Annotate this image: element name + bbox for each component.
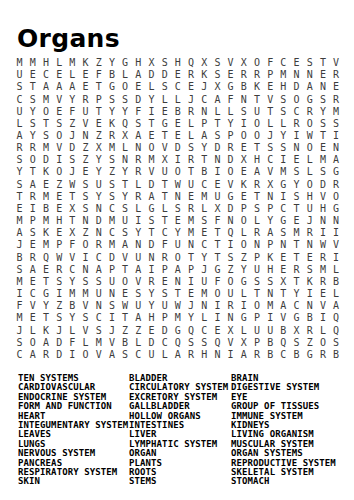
grid-cell[interactable]: N [303,69,316,81]
grid-cell[interactable]: K [237,179,250,191]
grid-cell[interactable]: Y [105,57,118,69]
grid-cell[interactable]: E [330,81,343,93]
grid-cell[interactable]: Z [92,130,105,142]
grid-cell[interactable]: G [303,93,316,105]
grid-cell[interactable]: Y [66,276,79,288]
grid-cell[interactable]: I [66,349,79,361]
grid-cell[interactable]: Y [39,300,52,312]
grid-cell[interactable]: O [79,349,92,361]
grid-cell[interactable]: E [277,252,290,264]
grid-cell[interactable]: T [277,288,290,300]
grid-cell[interactable]: G [171,324,184,336]
grid-cell[interactable]: D [158,69,171,81]
grid-cell[interactable]: E [119,288,132,300]
grid-cell[interactable]: S [145,215,158,227]
grid-cell[interactable]: F [66,106,79,118]
grid-cell[interactable]: U [92,179,105,191]
grid-cell[interactable]: Q [184,324,197,336]
grid-cell[interactable]: O [237,239,250,251]
grid-cell[interactable]: V [119,252,132,264]
grid-cell[interactable]: M [316,154,329,166]
grid-cell[interactable]: O [250,130,263,142]
grid-cell[interactable]: I [145,106,158,118]
grid-cell[interactable]: R [330,179,343,191]
grid-cell[interactable]: X [158,154,171,166]
grid-cell[interactable]: R [316,349,329,361]
grid-cell[interactable]: Q [224,227,237,239]
grid-cell[interactable]: U [119,215,132,227]
grid-cell[interactable]: O [26,337,39,349]
grid-cell[interactable]: J [198,81,211,93]
grid-cell[interactable]: T [290,239,303,251]
grid-cell[interactable]: M [39,93,52,105]
grid-cell[interactable]: E [211,179,224,191]
grid-cell[interactable]: E [13,203,26,215]
grid-cell[interactable]: T [316,57,329,69]
grid-cell[interactable]: W [119,300,132,312]
grid-cell[interactable]: S [198,215,211,227]
grid-cell[interactable]: L [119,69,132,81]
grid-cell[interactable]: S [303,57,316,69]
grid-cell[interactable]: E [290,57,303,69]
grid-cell[interactable]: B [330,276,343,288]
grid-cell[interactable]: T [119,312,132,324]
grid-cell[interactable]: E [53,191,66,203]
grid-cell[interactable]: D [211,142,224,154]
grid-cell[interactable]: P [158,312,171,324]
grid-cell[interactable]: S [105,300,118,312]
grid-cell[interactable]: E [158,106,171,118]
grid-cell[interactable]: L [158,93,171,105]
grid-cell[interactable]: C [290,106,303,118]
grid-cell[interactable]: N [290,69,303,81]
grid-cell[interactable]: L [26,324,39,336]
grid-cell[interactable]: A [132,130,145,142]
grid-cell[interactable]: X [290,324,303,336]
grid-cell[interactable]: O [250,57,263,69]
grid-cell[interactable]: L [303,154,316,166]
grid-cell[interactable]: S [132,288,145,300]
grid-cell[interactable]: L [66,69,79,81]
grid-cell[interactable]: N [79,130,92,142]
grid-cell[interactable]: D [105,252,118,264]
grid-cell[interactable]: R [224,142,237,154]
grid-cell[interactable]: H [39,57,52,69]
grid-cell[interactable]: G [158,118,171,130]
grid-cell[interactable]: L [211,106,224,118]
grid-cell[interactable]: C [105,203,118,215]
grid-cell[interactable]: M [66,288,79,300]
grid-cell[interactable]: E [290,154,303,166]
grid-cell[interactable]: A [26,264,39,276]
grid-cell[interactable]: T [26,81,39,93]
grid-cell[interactable]: D [92,215,105,227]
grid-cell[interactable]: S [211,130,224,142]
grid-cell[interactable]: T [66,191,79,203]
grid-cell[interactable]: L [237,324,250,336]
grid-cell[interactable]: Y [264,215,277,227]
grid-cell[interactable]: V [264,166,277,178]
grid-cell[interactable]: E [53,227,66,239]
grid-cell[interactable]: J [184,300,197,312]
grid-cell[interactable]: N [211,349,224,361]
grid-cell[interactable]: R [26,191,39,203]
grid-cell[interactable]: B [66,300,79,312]
grid-cell[interactable]: G [303,349,316,361]
grid-cell[interactable]: P [250,337,263,349]
grid-cell[interactable]: A [237,349,250,361]
grid-cell[interactable]: V [316,191,329,203]
grid-cell[interactable]: N [303,239,316,251]
grid-cell[interactable]: J [184,93,197,105]
grid-cell[interactable]: I [13,288,26,300]
grid-cell[interactable]: L [171,93,184,105]
grid-cell[interactable]: H [53,215,66,227]
grid-cell[interactable]: A [330,154,343,166]
grid-cell[interactable]: J [13,239,26,251]
grid-cell[interactable]: T [145,118,158,130]
grid-cell[interactable]: R [184,349,197,361]
grid-cell[interactable]: C [26,288,39,300]
grid-cell[interactable]: N [184,239,197,251]
grid-cell[interactable]: A [330,300,343,312]
grid-cell[interactable]: P [198,118,211,130]
grid-cell[interactable]: E [224,69,237,81]
grid-cell[interactable]: X [211,203,224,215]
grid-cell[interactable]: X [66,227,79,239]
grid-cell[interactable]: Z [53,179,66,191]
grid-cell[interactable]: C [158,337,171,349]
grid-cell[interactable]: S [211,69,224,81]
grid-cell[interactable]: V [224,57,237,69]
grid-cell[interactable]: R [26,142,39,154]
grid-cell[interactable]: V [53,142,66,154]
grid-cell[interactable]: S [277,93,290,105]
grid-cell[interactable]: R [26,252,39,264]
grid-cell[interactable]: X [119,130,132,142]
grid-cell[interactable]: E [171,215,184,227]
grid-cell[interactable]: W [303,130,316,142]
grid-cell[interactable]: R [92,239,105,251]
grid-cell[interactable]: M [39,142,52,154]
grid-cell[interactable]: Z [224,264,237,276]
grid-cell[interactable]: T [171,288,184,300]
grid-cell[interactable]: Y [171,227,184,239]
grid-cell[interactable]: L [53,57,66,69]
grid-cell[interactable]: S [79,203,92,215]
grid-cell[interactable]: R [158,252,171,264]
grid-cell[interactable]: W [316,239,329,251]
grid-cell[interactable]: O [250,118,263,130]
grid-cell[interactable]: M [13,57,26,69]
grid-cell[interactable]: N [330,215,343,227]
grid-cell[interactable]: Y [119,106,132,118]
grid-cell[interactable]: S [303,264,316,276]
grid-cell[interactable]: K [39,227,52,239]
grid-cell[interactable]: O [316,337,329,349]
grid-cell[interactable]: R [290,118,303,130]
grid-cell[interactable]: C [277,349,290,361]
grid-cell[interactable]: S [53,312,66,324]
grid-cell[interactable]: N [250,239,263,251]
grid-cell[interactable]: Y [66,93,79,105]
grid-cell[interactable]: Y [119,191,132,203]
grid-cell[interactable]: S [79,179,92,191]
grid-cell[interactable]: X [224,324,237,336]
grid-cell[interactable]: R [184,106,197,118]
grid-cell[interactable]: C [13,93,26,105]
grid-cell[interactable]: R [330,69,343,81]
grid-cell[interactable]: V [224,179,237,191]
grid-cell[interactable]: T [211,118,224,130]
grid-cell[interactable]: R [316,276,329,288]
grid-cell[interactable]: C [264,154,277,166]
grid-cell[interactable]: M [198,191,211,203]
grid-cell[interactable]: D [53,349,66,361]
grid-cell[interactable]: S [277,142,290,154]
grid-cell[interactable]: N [316,81,329,93]
grid-cell[interactable]: I [171,154,184,166]
grid-cell[interactable]: E [53,203,66,215]
grid-cell[interactable]: E [145,324,158,336]
grid-cell[interactable]: G [119,57,132,69]
grid-cell[interactable]: C [171,81,184,93]
grid-cell[interactable]: A [105,349,118,361]
grid-cell[interactable]: A [13,130,26,142]
grid-cell[interactable]: T [92,81,105,93]
grid-cell[interactable]: B [13,252,26,264]
grid-cell[interactable]: G [105,81,118,93]
grid-cell[interactable]: S [290,166,303,178]
grid-cell[interactable]: I [264,312,277,324]
grid-cell[interactable]: M [39,239,52,251]
grid-cell[interactable]: M [184,227,197,239]
grid-cell[interactable]: Q [39,252,52,264]
grid-cell[interactable]: R [53,264,66,276]
grid-cell[interactable]: K [79,57,92,69]
grid-cell[interactable]: X [237,154,250,166]
grid-cell[interactable]: S [250,276,263,288]
grid-cell[interactable]: D [290,81,303,93]
grid-cell[interactable]: M [145,154,158,166]
grid-cell[interactable]: P [53,239,66,251]
grid-cell[interactable]: D [66,142,79,154]
grid-cell[interactable]: N [237,93,250,105]
grid-cell[interactable]: E [26,69,39,81]
grid-cell[interactable]: L [264,118,277,130]
grid-cell[interactable]: M [39,215,52,227]
grid-cell[interactable]: C [198,324,211,336]
grid-cell[interactable]: E [79,166,92,178]
grid-cell[interactable]: V [145,166,158,178]
grid-cell[interactable]: H [250,154,263,166]
grid-cell[interactable]: R [237,69,250,81]
grid-cell[interactable]: O [53,130,66,142]
grid-cell[interactable]: H [145,312,158,324]
grid-cell[interactable]: G [290,312,303,324]
grid-cell[interactable]: G [39,288,52,300]
grid-cell[interactable]: D [145,337,158,349]
grid-cell[interactable]: E [39,179,52,191]
grid-cell[interactable]: M [330,106,343,118]
grid-cell[interactable]: S [277,106,290,118]
grid-cell[interactable]: G [224,81,237,93]
grid-cell[interactable]: M [13,215,26,227]
grid-cell[interactable]: S [79,191,92,203]
grid-cell[interactable]: S [79,276,92,288]
grid-cell[interactable]: X [277,276,290,288]
grid-cell[interactable]: X [237,337,250,349]
grid-cell[interactable]: G [277,215,290,227]
grid-cell[interactable]: X [198,57,211,69]
grid-cell[interactable]: Q [119,118,132,130]
grid-cell[interactable]: V [79,324,92,336]
grid-cell[interactable]: P [264,239,277,251]
grid-cell[interactable]: I [290,130,303,142]
grid-cell[interactable]: V [158,142,171,154]
grid-cell[interactable]: A [250,166,263,178]
grid-cell[interactable]: H [277,81,290,93]
grid-cell[interactable]: L [145,81,158,93]
grid-cell[interactable]: N [330,142,343,154]
grid-cell[interactable]: R [132,191,145,203]
grid-cell[interactable]: A [277,300,290,312]
grid-cell[interactable]: O [53,166,66,178]
grid-cell[interactable]: E [39,264,52,276]
grid-cell[interactable]: S [26,227,39,239]
grid-cell[interactable]: Z [119,324,132,336]
grid-cell[interactable]: N [92,203,105,215]
grid-cell[interactable]: E [316,288,329,300]
grid-cell[interactable]: T [211,227,224,239]
grid-cell[interactable]: E [26,312,39,324]
grid-cell[interactable]: Y [26,130,39,142]
grid-cell[interactable]: M [105,142,118,154]
grid-cell[interactable]: E [316,142,329,154]
grid-cell[interactable]: J [53,324,66,336]
grid-cell[interactable]: T [119,179,132,191]
grid-cell[interactable]: T [158,130,171,142]
grid-cell[interactable]: F [66,337,79,349]
grid-cell[interactable]: P [92,93,105,105]
grid-cell[interactable]: T [26,166,39,178]
grid-cell[interactable]: A [39,81,52,93]
grid-cell[interactable]: T [316,130,329,142]
grid-cell[interactable]: S [53,276,66,288]
grid-cell[interactable]: N [132,142,145,154]
grid-cell[interactable]: I [237,118,250,130]
grid-cell[interactable]: S [316,166,329,178]
grid-cell[interactable]: E [184,191,197,203]
grid-cell[interactable]: I [211,300,224,312]
grid-cell[interactable]: C [198,179,211,191]
grid-cell[interactable]: T [39,276,52,288]
grid-cell[interactable]: S [330,118,343,130]
grid-cell[interactable]: J [198,264,211,276]
grid-cell[interactable]: D [171,142,184,154]
grid-cell[interactable]: H [171,57,184,69]
grid-cell[interactable]: V [92,349,105,361]
grid-cell[interactable]: A [264,227,277,239]
grid-cell[interactable]: U [250,324,263,336]
grid-cell[interactable]: T [92,106,105,118]
grid-cell[interactable]: S [316,118,329,130]
grid-cell[interactable]: R [330,93,343,105]
grid-cell[interactable]: Y [145,288,158,300]
grid-cell[interactable]: U [132,300,145,312]
grid-cell[interactable]: L [330,264,343,276]
grid-cell[interactable]: O [224,166,237,178]
grid-cell[interactable]: N [79,264,92,276]
grid-cell[interactable]: E [26,276,39,288]
grid-cell[interactable]: E [171,118,184,130]
grid-cell[interactable]: Z [237,252,250,264]
grid-cell[interactable]: P [250,252,263,264]
grid-cell[interactable]: O [303,179,316,191]
grid-cell[interactable]: L [198,312,211,324]
grid-cell[interactable]: V [79,118,92,130]
grid-cell[interactable]: E [79,69,92,81]
grid-cell[interactable]: Z [105,166,118,178]
grid-cell[interactable]: U [303,203,316,215]
grid-cell[interactable]: Q [277,337,290,349]
grid-cell[interactable]: S [119,349,132,361]
grid-cell[interactable]: R [39,349,52,361]
grid-cell[interactable]: L [303,166,316,178]
grid-cell[interactable]: J [66,166,79,178]
grid-cell[interactable]: D [145,179,158,191]
grid-cell[interactable]: T [198,154,211,166]
grid-cell[interactable]: Z [53,300,66,312]
grid-cell[interactable]: N [303,300,316,312]
grid-cell[interactable]: R [290,264,303,276]
grid-cell[interactable]: A [53,81,66,93]
grid-cell[interactable]: I [184,276,197,288]
grid-cell[interactable]: Z [79,142,92,154]
grid-cell[interactable]: E [171,69,184,81]
grid-cell[interactable]: T [211,239,224,251]
grid-cell[interactable]: H [132,57,145,69]
grid-cell[interactable]: T [211,252,224,264]
grid-cell[interactable]: W [53,252,66,264]
grid-cell[interactable]: N [224,312,237,324]
grid-cell[interactable]: I [330,227,343,239]
grid-cell[interactable]: N [132,239,145,251]
grid-cell[interactable]: E [171,130,184,142]
grid-cell[interactable]: J [264,130,277,142]
grid-cell[interactable]: S [277,227,290,239]
grid-cell[interactable]: A [132,264,145,276]
grid-cell[interactable]: N [277,239,290,251]
grid-cell[interactable]: N [79,215,92,227]
grid-cell[interactable]: R [132,154,145,166]
grid-cell[interactable]: C [92,312,105,324]
grid-cell[interactable]: S [158,81,171,93]
grid-cell[interactable]: R [250,349,263,361]
grid-cell[interactable]: X [92,142,105,154]
grid-cell[interactable]: U [224,288,237,300]
grid-cell[interactable]: L [158,349,171,361]
grid-cell[interactable]: S [330,337,343,349]
grid-cell[interactable]: G [145,203,158,215]
grid-cell[interactable]: L [237,288,250,300]
grid-cell[interactable]: S [171,203,184,215]
grid-cell[interactable]: E [26,239,39,251]
grid-cell[interactable]: C [66,264,79,276]
grid-cell[interactable]: C [277,203,290,215]
grid-cell[interactable]: Y [198,142,211,154]
grid-cell[interactable]: C [132,349,145,361]
